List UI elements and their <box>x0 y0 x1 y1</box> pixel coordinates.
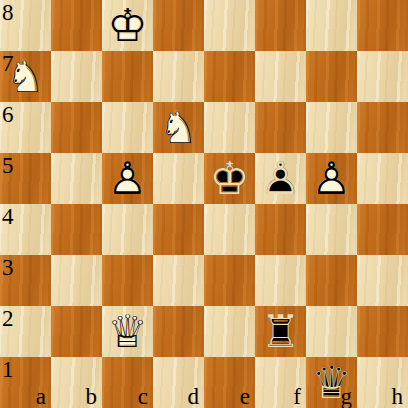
square-d6[interactable]: ♞♘ <box>153 102 204 153</box>
square-h5[interactable] <box>357 153 408 204</box>
square-b6[interactable] <box>51 102 102 153</box>
square-f5[interactable]: ♟♙ <box>255 153 306 204</box>
file-label-d: d <box>188 388 200 406</box>
square-b5[interactable] <box>51 153 102 204</box>
square-a8[interactable]: 8 <box>0 0 51 51</box>
white-queen[interactable]: ♛♕ <box>102 306 153 357</box>
knight-glyph-outline: ♘ <box>153 102 204 153</box>
file-label-b: b <box>86 388 98 406</box>
white-knight[interactable]: ♞♘ <box>153 102 204 153</box>
black-king[interactable]: ♚♔ <box>204 153 255 204</box>
square-d3[interactable] <box>153 255 204 306</box>
square-c5[interactable]: ♟♙ <box>102 153 153 204</box>
square-h4[interactable] <box>357 204 408 255</box>
square-c3[interactable] <box>102 255 153 306</box>
square-g2[interactable] <box>306 306 357 357</box>
square-d4[interactable] <box>153 204 204 255</box>
square-e1[interactable]: e <box>204 357 255 408</box>
square-g1[interactable]: g♛♕ <box>306 357 357 408</box>
queen-glyph-outline: ♕ <box>102 306 153 357</box>
square-a7[interactable]: 7♞♘ <box>0 51 51 102</box>
square-b4[interactable] <box>51 204 102 255</box>
white-pawn[interactable]: ♟♙ <box>102 153 153 204</box>
square-f2[interactable]: ♜♖ <box>255 306 306 357</box>
square-g7[interactable] <box>306 51 357 102</box>
black-pawn[interactable]: ♟♙ <box>255 153 306 204</box>
square-a2[interactable]: 2 <box>0 306 51 357</box>
square-c2[interactable]: ♛♕ <box>102 306 153 357</box>
chess-board: 8♚♔7♞♘6♞♘5♟♙♚♔♟♙♟♙432♛♕♜♖1abcdefg♛♕h <box>0 0 408 408</box>
square-g6[interactable] <box>306 102 357 153</box>
square-b2[interactable] <box>51 306 102 357</box>
square-e2[interactable] <box>204 306 255 357</box>
black-rook[interactable]: ♜♖ <box>255 306 306 357</box>
square-e5[interactable]: ♚♔ <box>204 153 255 204</box>
square-a4[interactable]: 4 <box>0 204 51 255</box>
pawn-glyph-outline: ♙ <box>306 153 357 204</box>
king-glyph-outline: ♔ <box>102 0 153 51</box>
pawn-glyph-outline: ♙ <box>255 153 306 204</box>
rank-label-1: 1 <box>2 358 14 381</box>
square-g8[interactable] <box>306 0 357 51</box>
square-d5[interactable] <box>153 153 204 204</box>
rank-label-7: 7 <box>2 52 14 75</box>
square-a1[interactable]: 1a <box>0 357 51 408</box>
file-label-g: g <box>341 388 353 406</box>
king-glyph-outline: ♔ <box>204 153 255 204</box>
square-e8[interactable] <box>204 0 255 51</box>
white-king[interactable]: ♚♔ <box>102 0 153 51</box>
rank-label-3: 3 <box>2 256 14 279</box>
square-h8[interactable] <box>357 0 408 51</box>
square-a3[interactable]: 3 <box>0 255 51 306</box>
file-label-c: c <box>138 388 148 406</box>
square-b7[interactable] <box>51 51 102 102</box>
square-d7[interactable] <box>153 51 204 102</box>
rook-glyph-outline: ♖ <box>255 306 306 357</box>
square-f8[interactable] <box>255 0 306 51</box>
square-d1[interactable]: d <box>153 357 204 408</box>
square-e7[interactable] <box>204 51 255 102</box>
square-a5[interactable]: 5 <box>0 153 51 204</box>
square-h6[interactable] <box>357 102 408 153</box>
square-b3[interactable] <box>51 255 102 306</box>
square-e4[interactable] <box>204 204 255 255</box>
square-d2[interactable] <box>153 306 204 357</box>
white-pawn[interactable]: ♟♙ <box>306 153 357 204</box>
square-c7[interactable] <box>102 51 153 102</box>
square-f1[interactable]: f <box>255 357 306 408</box>
square-a6[interactable]: 6 <box>0 102 51 153</box>
rank-label-2: 2 <box>2 307 14 330</box>
square-e6[interactable] <box>204 102 255 153</box>
square-f3[interactable] <box>255 255 306 306</box>
square-h2[interactable] <box>357 306 408 357</box>
file-label-a: a <box>36 388 46 406</box>
file-label-f: f <box>293 388 301 406</box>
square-f4[interactable] <box>255 204 306 255</box>
square-h1[interactable]: h <box>357 357 408 408</box>
square-g4[interactable] <box>306 204 357 255</box>
square-h7[interactable] <box>357 51 408 102</box>
square-f6[interactable] <box>255 102 306 153</box>
square-h3[interactable] <box>357 255 408 306</box>
square-b8[interactable] <box>51 0 102 51</box>
square-f7[interactable] <box>255 51 306 102</box>
square-e3[interactable] <box>204 255 255 306</box>
file-label-h: h <box>392 388 404 406</box>
rank-label-8: 8 <box>2 1 14 24</box>
square-g5[interactable]: ♟♙ <box>306 153 357 204</box>
square-d8[interactable] <box>153 0 204 51</box>
square-b1[interactable]: b <box>51 357 102 408</box>
square-c6[interactable] <box>102 102 153 153</box>
square-g3[interactable] <box>306 255 357 306</box>
square-c1[interactable]: c <box>102 357 153 408</box>
rank-label-5: 5 <box>2 154 14 177</box>
square-c8[interactable]: ♚♔ <box>102 0 153 51</box>
rank-label-4: 4 <box>2 205 14 228</box>
rank-label-6: 6 <box>2 103 14 126</box>
pawn-glyph-outline: ♙ <box>102 153 153 204</box>
square-c4[interactable] <box>102 204 153 255</box>
file-label-e: e <box>240 388 250 406</box>
